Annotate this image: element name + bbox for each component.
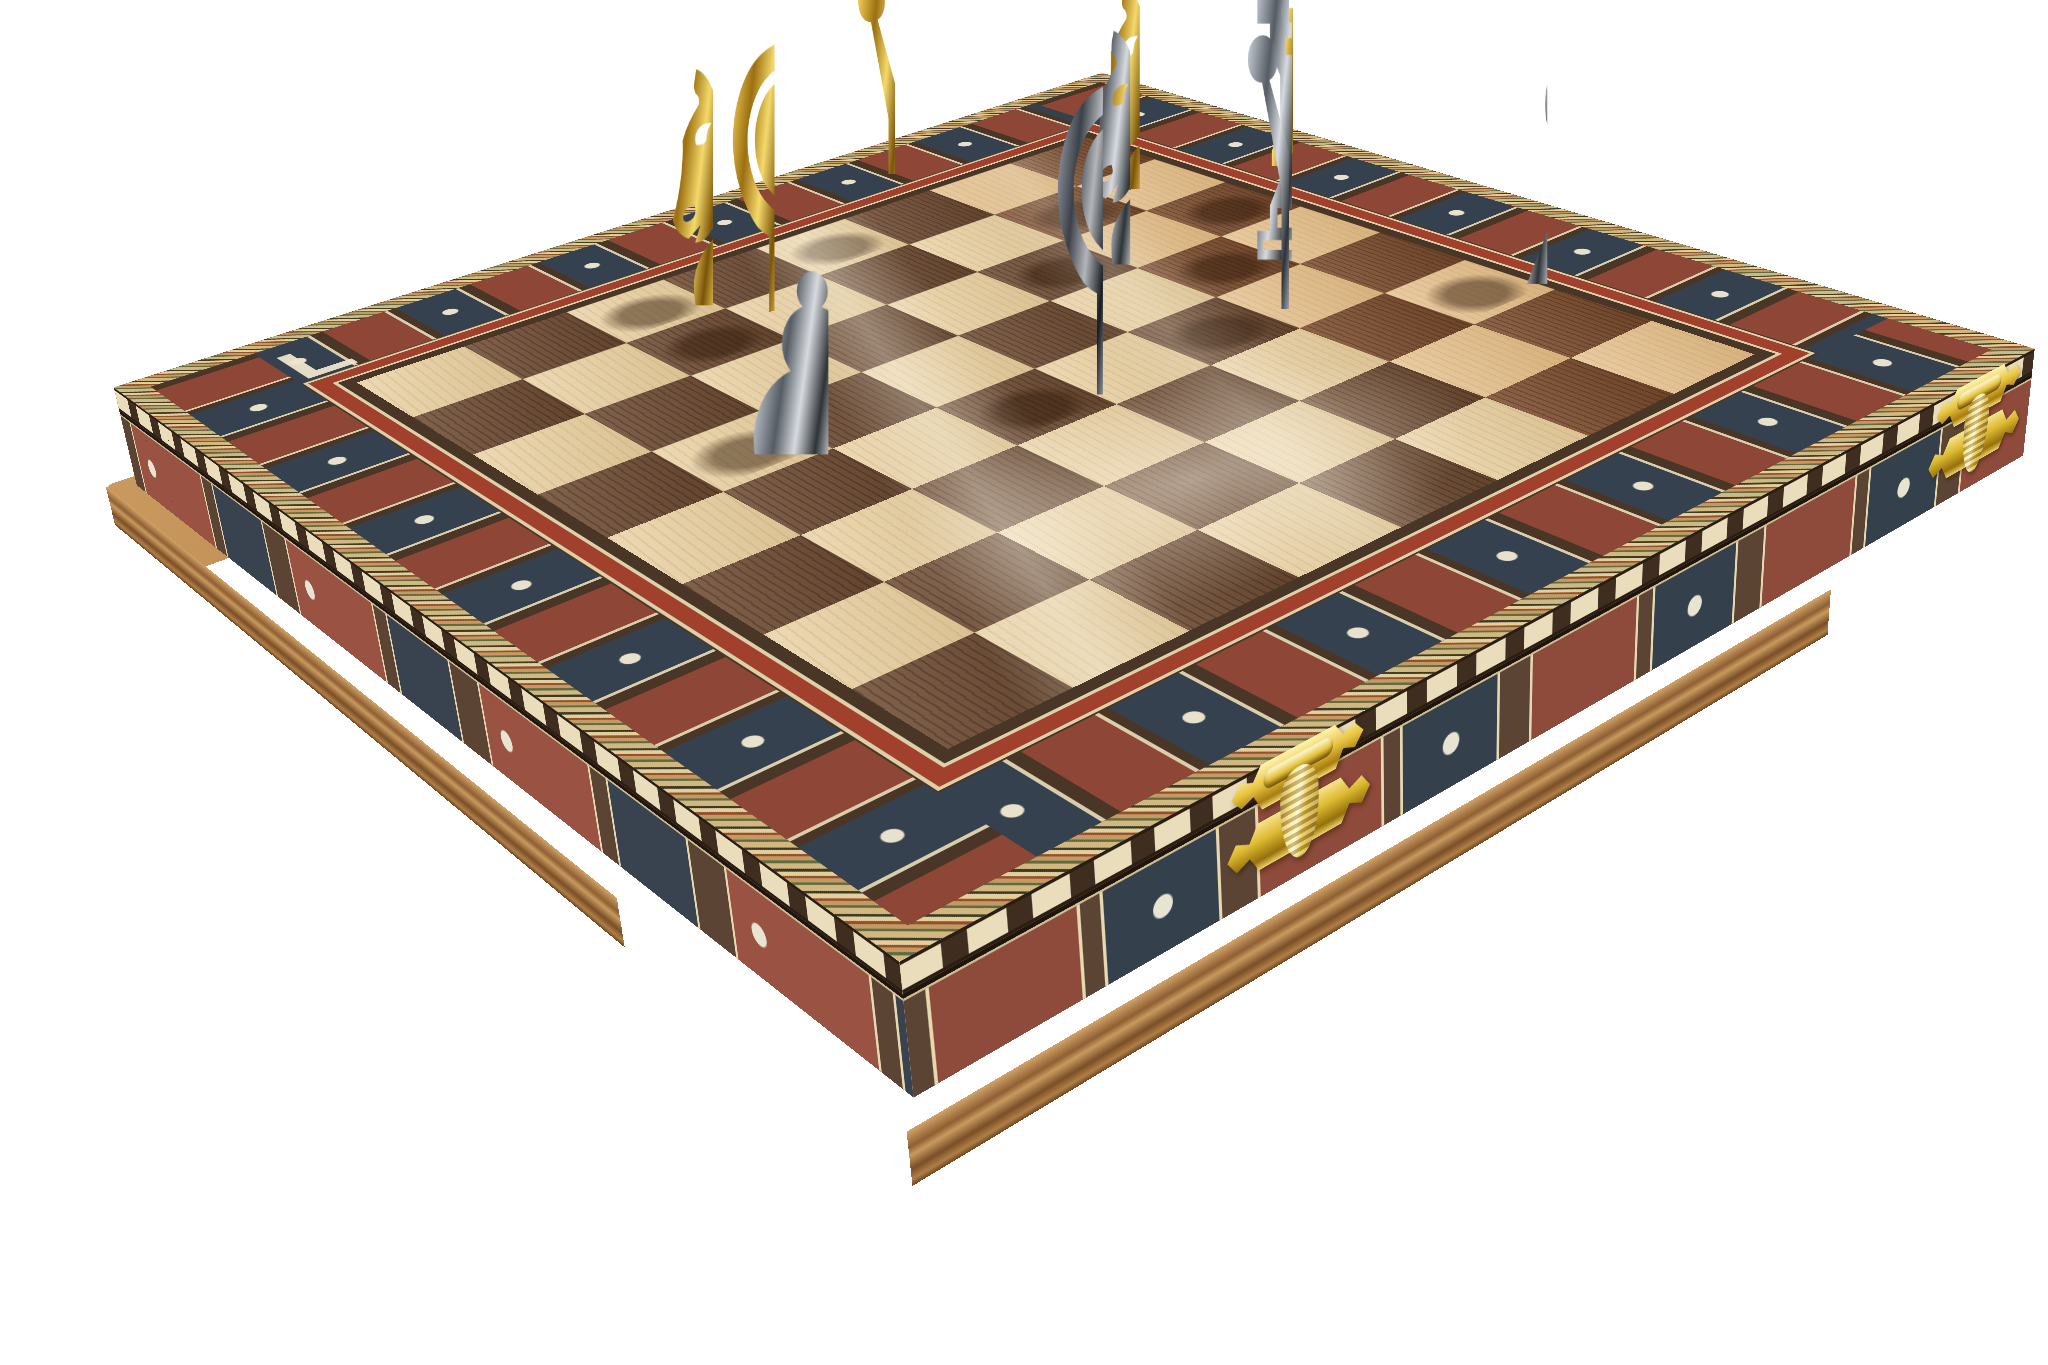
photo-stage: ♞♛♚♞♞♜♟♜♚♛♝ (0, 0, 2048, 1365)
perspective-scene: ♞♛♚♞♞♜♟♜♚♛♝ (0, 0, 2048, 1365)
piece-gold-knight-c8: ♞ (636, 49, 713, 325)
chess-box: ♞♛♚♞♞♜♟♜♚♛♝ (137, 154, 2023, 1098)
piece-silver-king-d4: ♚ (1027, 0, 1103, 423)
product-photo-canvas: ♞♛♚♞♞♜♟♜♚♛♝ (0, 0, 2048, 1365)
piece-silver-pawn-b5: ♟ (725, 268, 829, 469)
